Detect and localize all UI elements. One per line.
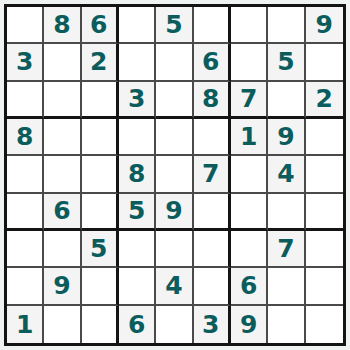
cell-r8c2: 9: [44, 268, 81, 305]
cell-r6c2: 6: [44, 194, 81, 231]
cell-r1c2: 8: [44, 7, 81, 44]
cell-r6c8[interactable]: [268, 194, 305, 231]
cell-r4c8: 9: [268, 119, 305, 156]
cell-r4c6[interactable]: [194, 119, 231, 156]
cell-r9c5[interactable]: [156, 306, 193, 343]
cell-r7c6[interactable]: [194, 231, 231, 268]
cell-r4c1: 8: [7, 119, 44, 156]
cell-r7c3: 5: [82, 231, 119, 268]
cell-r3c1[interactable]: [7, 82, 44, 119]
cell-r4c2[interactable]: [44, 119, 81, 156]
cell-r2c5[interactable]: [156, 44, 193, 81]
cell-r9c3[interactable]: [82, 306, 119, 343]
cell-r7c4[interactable]: [119, 231, 156, 268]
cell-r5c4: 8: [119, 156, 156, 193]
cell-r1c7[interactable]: [231, 7, 268, 44]
cell-r9c9[interactable]: [306, 306, 343, 343]
cell-r6c4: 5: [119, 194, 156, 231]
cell-r3c9: 2: [306, 82, 343, 119]
cell-r9c1: 1: [7, 306, 44, 343]
cell-r7c8: 7: [268, 231, 305, 268]
cell-r8c5: 4: [156, 268, 193, 305]
cell-r2c4[interactable]: [119, 44, 156, 81]
cell-r7c7[interactable]: [231, 231, 268, 268]
cell-r6c9[interactable]: [306, 194, 343, 231]
cell-r2c9[interactable]: [306, 44, 343, 81]
cell-r8c3[interactable]: [82, 268, 119, 305]
cell-r3c6: 8: [194, 82, 231, 119]
cell-r2c8: 5: [268, 44, 305, 81]
cell-r3c4: 3: [119, 82, 156, 119]
cell-r5c2[interactable]: [44, 156, 81, 193]
cell-r9c4: 6: [119, 306, 156, 343]
cell-r6c6[interactable]: [194, 194, 231, 231]
cell-r4c7: 1: [231, 119, 268, 156]
cell-r5c9[interactable]: [306, 156, 343, 193]
cell-r9c2[interactable]: [44, 306, 81, 343]
cell-r8c4[interactable]: [119, 268, 156, 305]
cell-r3c5[interactable]: [156, 82, 193, 119]
cell-r7c5[interactable]: [156, 231, 193, 268]
cell-r8c7: 6: [231, 268, 268, 305]
cell-r1c9: 9: [306, 7, 343, 44]
cell-r8c9[interactable]: [306, 268, 343, 305]
cell-r6c7[interactable]: [231, 194, 268, 231]
cell-r5c7[interactable]: [231, 156, 268, 193]
cell-r7c1[interactable]: [7, 231, 44, 268]
cell-r2c2[interactable]: [44, 44, 81, 81]
cell-r1c3: 6: [82, 7, 119, 44]
cell-r5c5[interactable]: [156, 156, 193, 193]
sudoku-board: 865932653872819874659579461639: [4, 4, 346, 346]
cell-r4c5[interactable]: [156, 119, 193, 156]
cell-r9c8[interactable]: [268, 306, 305, 343]
cell-r2c1: 3: [7, 44, 44, 81]
cell-r3c7: 7: [231, 82, 268, 119]
cell-r3c8[interactable]: [268, 82, 305, 119]
cell-r9c7: 9: [231, 306, 268, 343]
cell-r5c6: 7: [194, 156, 231, 193]
cell-r1c8[interactable]: [268, 7, 305, 44]
cell-r8c6[interactable]: [194, 268, 231, 305]
cell-r1c1[interactable]: [7, 7, 44, 44]
cell-r8c1[interactable]: [7, 268, 44, 305]
cell-r4c9[interactable]: [306, 119, 343, 156]
cell-r5c3[interactable]: [82, 156, 119, 193]
cell-r9c6: 3: [194, 306, 231, 343]
sudoku-page: 865932653872819874659579461639: [0, 0, 350, 350]
cell-r4c4[interactable]: [119, 119, 156, 156]
cell-r4c3[interactable]: [82, 119, 119, 156]
cell-r1c6[interactable]: [194, 7, 231, 44]
cell-r2c7[interactable]: [231, 44, 268, 81]
cell-r7c2[interactable]: [44, 231, 81, 268]
cell-r7c9[interactable]: [306, 231, 343, 268]
cell-r2c6: 6: [194, 44, 231, 81]
cell-r6c5: 9: [156, 194, 193, 231]
cell-r1c4[interactable]: [119, 7, 156, 44]
cell-r5c8: 4: [268, 156, 305, 193]
cell-r3c3[interactable]: [82, 82, 119, 119]
cell-r6c1[interactable]: [7, 194, 44, 231]
cell-r1c5: 5: [156, 7, 193, 44]
cell-r3c2[interactable]: [44, 82, 81, 119]
cell-r8c8[interactable]: [268, 268, 305, 305]
cell-r5c1[interactable]: [7, 156, 44, 193]
cell-r6c3[interactable]: [82, 194, 119, 231]
cell-r2c3: 2: [82, 44, 119, 81]
